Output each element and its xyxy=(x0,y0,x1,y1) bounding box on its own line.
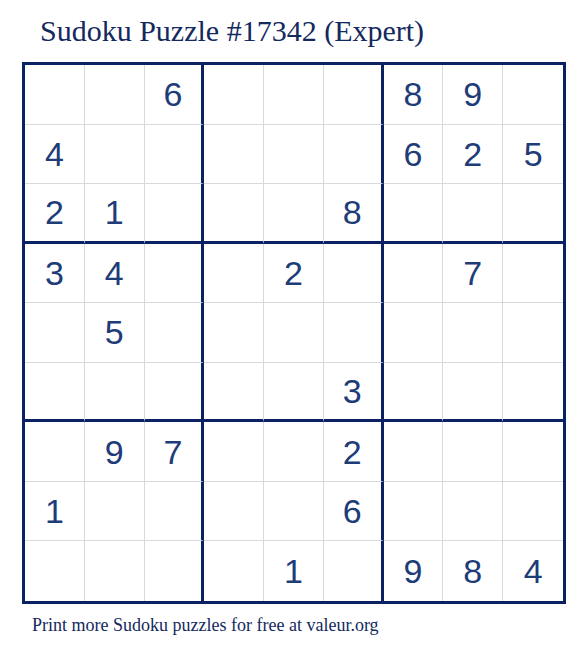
cell-r7c7 xyxy=(384,422,444,482)
cell-r9c3 xyxy=(145,541,205,601)
cell-r6c7 xyxy=(384,363,444,423)
given-digit: 4 xyxy=(105,256,124,290)
cell-r6c1 xyxy=(25,363,85,423)
cell-r1c7: 8 xyxy=(384,65,444,125)
cell-r8c2 xyxy=(85,482,145,542)
cell-r6c3 xyxy=(145,363,205,423)
cell-r6c6: 3 xyxy=(324,363,384,423)
cell-r9c2 xyxy=(85,541,145,601)
cell-r3c5 xyxy=(264,184,324,244)
cell-r1c9 xyxy=(503,65,563,125)
given-digit: 6 xyxy=(343,494,362,528)
given-digit: 1 xyxy=(284,554,303,588)
cell-r5c3 xyxy=(145,303,205,363)
given-digit: 2 xyxy=(463,137,482,171)
cell-r3c2: 1 xyxy=(85,184,145,244)
cell-r2c1: 4 xyxy=(25,125,85,185)
cell-r2c7: 6 xyxy=(384,125,444,185)
cell-r9c9: 4 xyxy=(503,541,563,601)
cell-r6c2 xyxy=(85,363,145,423)
cell-r5c1 xyxy=(25,303,85,363)
cell-r5c5 xyxy=(264,303,324,363)
cell-r2c9: 5 xyxy=(503,125,563,185)
cell-r5c8 xyxy=(443,303,503,363)
cell-r3c4 xyxy=(204,184,264,244)
given-digit: 2 xyxy=(284,256,303,290)
given-digit: 6 xyxy=(163,77,182,111)
cell-r6c4 xyxy=(204,363,264,423)
cell-r4c2: 4 xyxy=(85,244,145,304)
cell-r8c7 xyxy=(384,482,444,542)
cell-r3c1: 2 xyxy=(25,184,85,244)
given-digit: 4 xyxy=(524,554,543,588)
given-digit: 6 xyxy=(404,137,423,171)
cell-r6c8 xyxy=(443,363,503,423)
cell-r8c9 xyxy=(503,482,563,542)
cell-r9c5: 1 xyxy=(264,541,324,601)
cell-r7c4 xyxy=(204,422,264,482)
given-digit: 8 xyxy=(463,554,482,588)
given-digit: 5 xyxy=(105,315,124,349)
cell-r4c1: 3 xyxy=(25,244,85,304)
cell-r3c8 xyxy=(443,184,503,244)
cell-r2c5 xyxy=(264,125,324,185)
given-digit: 7 xyxy=(163,435,182,469)
cell-r5c6 xyxy=(324,303,384,363)
cell-r9c7: 9 xyxy=(384,541,444,601)
cell-r7c8 xyxy=(443,422,503,482)
given-digit: 8 xyxy=(404,77,423,111)
given-digit: 3 xyxy=(45,256,64,290)
cell-r3c3 xyxy=(145,184,205,244)
cell-r3c9 xyxy=(503,184,563,244)
page-title: Sudoku Puzzle #17342 (Expert) xyxy=(40,14,424,48)
cell-r9c4 xyxy=(204,541,264,601)
sudoku-page: Sudoku Puzzle #17342 (Expert) 6894625218… xyxy=(0,0,580,651)
cell-r8c3 xyxy=(145,482,205,542)
cell-r3c6: 8 xyxy=(324,184,384,244)
cell-r7c6: 2 xyxy=(324,422,384,482)
cell-r5c9 xyxy=(503,303,563,363)
cell-r7c9 xyxy=(503,422,563,482)
cell-r7c1 xyxy=(25,422,85,482)
cell-r8c4 xyxy=(204,482,264,542)
given-digit: 2 xyxy=(45,195,64,229)
given-digit: 3 xyxy=(343,374,362,408)
given-digit: 1 xyxy=(105,195,124,229)
cell-r9c1 xyxy=(25,541,85,601)
cell-r1c8: 9 xyxy=(443,65,503,125)
cell-r4c7 xyxy=(384,244,444,304)
cell-r8c5 xyxy=(264,482,324,542)
cell-r8c6: 6 xyxy=(324,482,384,542)
cell-r7c2: 9 xyxy=(85,422,145,482)
cell-r1c5 xyxy=(264,65,324,125)
cell-r5c2: 5 xyxy=(85,303,145,363)
given-digit: 5 xyxy=(524,137,543,171)
given-digit: 7 xyxy=(463,256,482,290)
cell-r7c5 xyxy=(264,422,324,482)
sudoku-board: 6894625218342753972161984 xyxy=(22,62,566,604)
cell-r9c8: 8 xyxy=(443,541,503,601)
cell-r4c8: 7 xyxy=(443,244,503,304)
cell-r5c4 xyxy=(204,303,264,363)
given-digit: 2 xyxy=(343,435,362,469)
cell-r3c7 xyxy=(384,184,444,244)
cell-r1c3: 6 xyxy=(145,65,205,125)
cell-r2c4 xyxy=(204,125,264,185)
cell-r4c6 xyxy=(324,244,384,304)
cell-r4c4 xyxy=(204,244,264,304)
given-digit: 8 xyxy=(343,195,362,229)
cell-r4c3 xyxy=(145,244,205,304)
cell-r4c9 xyxy=(503,244,563,304)
cell-r1c6 xyxy=(324,65,384,125)
footer-text: Print more Sudoku puzzles for free at va… xyxy=(32,615,379,636)
cell-r1c1 xyxy=(25,65,85,125)
cell-r6c5 xyxy=(264,363,324,423)
given-digit: 4 xyxy=(45,137,64,171)
cell-r9c6 xyxy=(324,541,384,601)
cell-r6c9 xyxy=(503,363,563,423)
given-digit: 1 xyxy=(45,494,64,528)
cell-r1c2 xyxy=(85,65,145,125)
cell-r2c3 xyxy=(145,125,205,185)
given-digit: 9 xyxy=(463,77,482,111)
cell-r5c7 xyxy=(384,303,444,363)
cell-r7c3: 7 xyxy=(145,422,205,482)
cell-r8c8 xyxy=(443,482,503,542)
cell-r2c2 xyxy=(85,125,145,185)
cell-r4c5: 2 xyxy=(264,244,324,304)
cell-r1c4 xyxy=(204,65,264,125)
given-digit: 9 xyxy=(404,554,423,588)
cell-r2c6 xyxy=(324,125,384,185)
given-digit: 9 xyxy=(105,435,124,469)
cell-r2c8: 2 xyxy=(443,125,503,185)
cell-r8c1: 1 xyxy=(25,482,85,542)
